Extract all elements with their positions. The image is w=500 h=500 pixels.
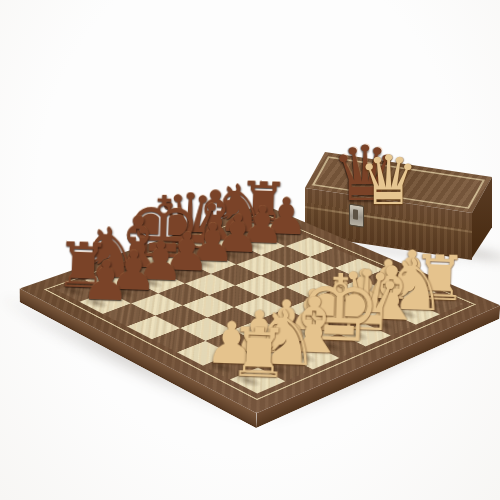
chess-board: ♜♟♟♜♞♟♟♞♝♟♟♝♛♟♟♛♚♟♟♚♝♟♟♝♞♟♟♞♜♟♟♜ bbox=[20, 204, 500, 413]
board-squares: ♜♟♟♜♞♟♟♞♝♟♟♝♛♟♟♛♚♟♟♚♝♟♟♝♞♟♟♞♜♟♟♜ bbox=[56, 217, 463, 393]
square-h1: ♜ bbox=[230, 368, 285, 394]
board-scene: ♜♟♟♜♞♟♟♞♝♟♟♝♛♟♟♛♚♟♟♚♝♟♟♝♞♟♟♞♜♟♟♜ bbox=[0, 0, 500, 500]
piece-white-rook: ♜ bbox=[221, 325, 297, 382]
chess-set-photo: ♛ ♛ ♜♟♟♜♞♟♟♞♝♟♟♝♛♟♟♛♚♟♟♚♝♟♟♝♞♟♟♞♜♟♟♜ bbox=[0, 0, 500, 500]
square-h6 bbox=[103, 304, 155, 327]
piece-black-pawn: ♟ bbox=[71, 258, 141, 304]
